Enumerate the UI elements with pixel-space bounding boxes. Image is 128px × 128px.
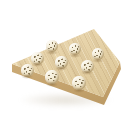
rattan-ball-r3c3[interactable] <box>72 76 86 90</box>
rattan-ball-r2c3[interactable] <box>81 60 94 73</box>
rattan-ball-r2c1[interactable] <box>31 52 44 65</box>
rattan-ball-r3c2[interactable] <box>45 70 59 84</box>
rattan-ball-r1c3[interactable] <box>92 48 104 60</box>
board-photo <box>0 0 128 128</box>
rattan-ball-r1c1[interactable] <box>46 40 58 52</box>
rattan-ball-r2c2[interactable] <box>55 56 68 69</box>
rattan-ball-r1c2[interactable] <box>69 43 81 55</box>
rattan-ball-r3c1[interactable] <box>21 64 34 77</box>
ball-layer <box>0 0 128 128</box>
